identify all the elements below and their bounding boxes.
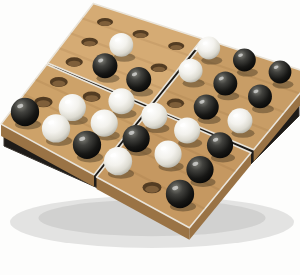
cell-r5c4-empty-hole[interactable] [143, 182, 162, 193]
cell-r3c1-empty-hole[interactable] [83, 92, 101, 102]
pentago-photo [0, 0, 300, 275]
cell-r2c0-empty-hole[interactable] [66, 57, 83, 66]
cell-r3c0-empty-hole[interactable] [50, 77, 68, 87]
pentago-board [0, 0, 300, 275]
cell-r1c2-empty-hole[interactable] [151, 63, 168, 72]
cell-r1c0-empty-hole[interactable] [81, 38, 98, 47]
cell-r2c3-empty-hole[interactable] [167, 99, 184, 108]
